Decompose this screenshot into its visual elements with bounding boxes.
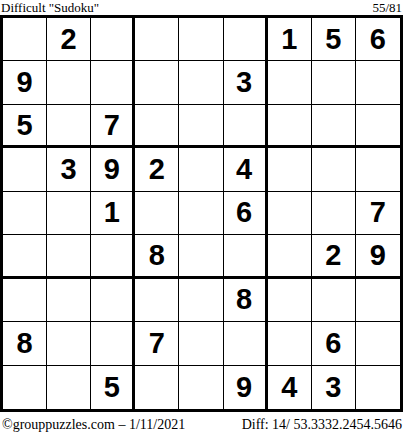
cell-r3c1: 5	[3, 105, 47, 148]
cell-r2c9[interactable]	[356, 61, 400, 104]
cell-r7c4[interactable]	[135, 279, 179, 322]
cell-r5c8[interactable]	[312, 192, 356, 235]
cell-r5c4[interactable]	[135, 192, 179, 235]
cell-r3c6[interactable]	[224, 105, 268, 148]
cell-r5c1[interactable]	[3, 192, 47, 235]
cell-r3c9[interactable]	[356, 105, 400, 148]
cell-r9c6: 9	[224, 366, 268, 409]
cell-r7c6: 8	[224, 279, 268, 322]
cell-r9c5[interactable]	[179, 366, 223, 409]
cell-r1c8: 5	[312, 18, 356, 61]
cell-r6c5[interactable]	[179, 235, 223, 278]
header: Difficult "Sudoku" 55/81	[1, 0, 402, 15]
cell-r7c1[interactable]	[3, 279, 47, 322]
cell-r4c4: 2	[135, 148, 179, 191]
cell-r1c6[interactable]	[224, 18, 268, 61]
cell-r6c6[interactable]	[224, 235, 268, 278]
cell-r2c7[interactable]	[268, 61, 312, 104]
cell-r9c9[interactable]	[356, 366, 400, 409]
cell-r6c2[interactable]	[47, 235, 91, 278]
cell-r6c8: 2	[312, 235, 356, 278]
cell-r7c7[interactable]	[268, 279, 312, 322]
cell-r1c7: 1	[268, 18, 312, 61]
cell-r4c9[interactable]	[356, 148, 400, 191]
cell-r1c2: 2	[47, 18, 91, 61]
difficulty-rating: Diff: 14/ 53.3332.2454.5646	[242, 416, 402, 434]
cell-r1c5[interactable]	[179, 18, 223, 61]
cell-r5c3: 1	[91, 192, 135, 235]
cell-r8c5[interactable]	[179, 322, 223, 365]
cell-r2c2[interactable]	[47, 61, 91, 104]
cell-r8c3[interactable]	[91, 322, 135, 365]
empty-cell-counter: 55/81	[372, 0, 402, 15]
cell-r3c5[interactable]	[179, 105, 223, 148]
cell-r4c2: 3	[47, 148, 91, 191]
cell-r2c6: 3	[224, 61, 268, 104]
cell-r2c5[interactable]	[179, 61, 223, 104]
cell-r9c2[interactable]	[47, 366, 91, 409]
cell-r8c9[interactable]	[356, 322, 400, 365]
cell-r4c1[interactable]	[3, 148, 47, 191]
cell-r3c8[interactable]	[312, 105, 356, 148]
cell-r3c4[interactable]	[135, 105, 179, 148]
cell-r2c8[interactable]	[312, 61, 356, 104]
footer: ©grouppuzzles.com – 1/11/2021 Diff: 14/ …	[2, 416, 402, 434]
cell-r1c3[interactable]	[91, 18, 135, 61]
cell-r6c1[interactable]	[3, 235, 47, 278]
cell-r8c7[interactable]	[268, 322, 312, 365]
cell-r3c3: 7	[91, 105, 135, 148]
cell-r8c4: 7	[135, 322, 179, 365]
cell-r6c4: 8	[135, 235, 179, 278]
cell-r5c2[interactable]	[47, 192, 91, 235]
cell-r3c2[interactable]	[47, 105, 91, 148]
cell-r9c7: 4	[268, 366, 312, 409]
cell-r1c4[interactable]	[135, 18, 179, 61]
cell-r6c9: 9	[356, 235, 400, 278]
cell-r1c1[interactable]	[3, 18, 47, 61]
cell-r2c1: 9	[3, 61, 47, 104]
cell-r2c4[interactable]	[135, 61, 179, 104]
cell-r8c6[interactable]	[224, 322, 268, 365]
sudoku-board: 21569357392416782988765943	[0, 15, 403, 412]
cell-r4c5[interactable]	[179, 148, 223, 191]
cell-r8c1: 8	[3, 322, 47, 365]
cell-r4c7[interactable]	[268, 148, 312, 191]
cell-r6c7[interactable]	[268, 235, 312, 278]
cell-r1c9: 6	[356, 18, 400, 61]
cell-r7c5[interactable]	[179, 279, 223, 322]
cell-r7c8[interactable]	[312, 279, 356, 322]
cell-r6c3[interactable]	[91, 235, 135, 278]
puzzle-title: Difficult "Sudoku"	[1, 0, 99, 15]
cell-r4c6: 4	[224, 148, 268, 191]
sudoku-page: Difficult "Sudoku" 55/81 215693573924167…	[0, 0, 403, 437]
cell-r5c5[interactable]	[179, 192, 223, 235]
cell-r9c1[interactable]	[3, 366, 47, 409]
cell-r9c3: 5	[91, 366, 135, 409]
cell-r8c2[interactable]	[47, 322, 91, 365]
cell-r4c3: 9	[91, 148, 135, 191]
cell-r4c8[interactable]	[312, 148, 356, 191]
cell-r7c3[interactable]	[91, 279, 135, 322]
cell-r9c4[interactable]	[135, 366, 179, 409]
cell-r5c7[interactable]	[268, 192, 312, 235]
cell-r3c7[interactable]	[268, 105, 312, 148]
cell-r9c8: 3	[312, 366, 356, 409]
cell-r5c6: 6	[224, 192, 268, 235]
cell-r8c8: 6	[312, 322, 356, 365]
copyright-date: ©grouppuzzles.com – 1/11/2021	[2, 416, 185, 434]
cell-r5c9: 7	[356, 192, 400, 235]
cell-r7c9[interactable]	[356, 279, 400, 322]
cell-r2c3[interactable]	[91, 61, 135, 104]
cell-r7c2[interactable]	[47, 279, 91, 322]
